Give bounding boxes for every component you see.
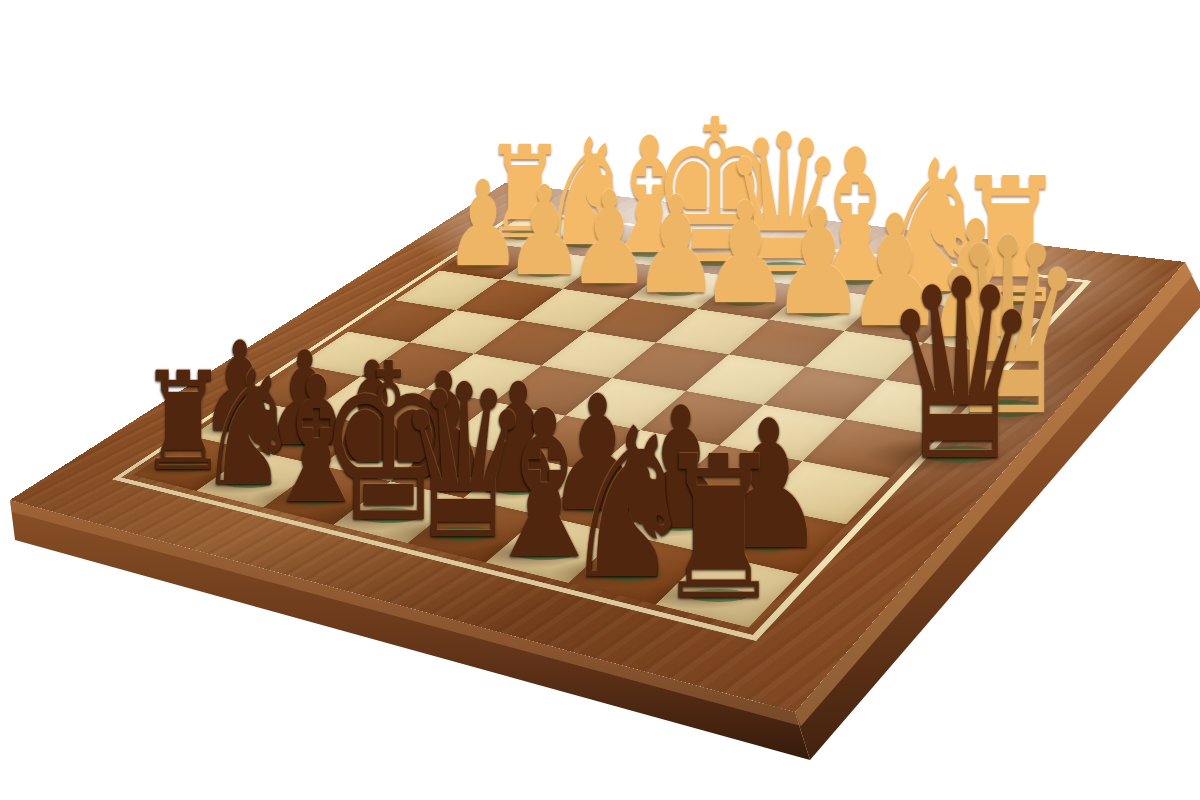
chess-set-photo: Wooden Staunton chess set in the startin…: [0, 0, 1200, 800]
